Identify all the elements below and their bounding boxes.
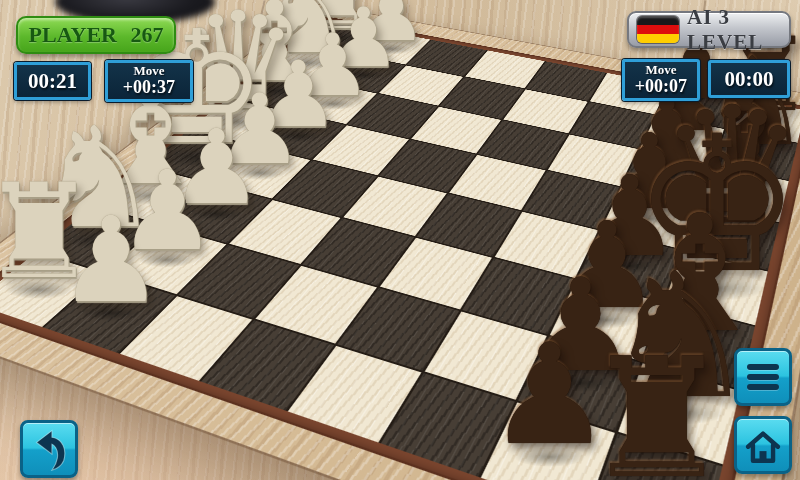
- white-total-clock: 00:21: [14, 62, 91, 100]
- black-move-clock: Move +00:07: [622, 59, 700, 101]
- ai-level-label: AI 3 LEVEL: [687, 5, 781, 55]
- home-button[interactable]: [734, 416, 792, 474]
- germany-flag-icon: [637, 16, 679, 43]
- game-screen: ♜♞♝♛♚♝♞♜♟♟♟♟♟♟♟♟♟♟♟♟♟♟♟♟♜♞♝♛♚♝♞♜ PLAYER …: [0, 0, 800, 480]
- back-button[interactable]: [20, 420, 78, 478]
- white-total-clock-value: 00:21: [28, 69, 77, 94]
- ai-level-button[interactable]: AI 3 LEVEL: [627, 11, 791, 48]
- black-move-clock-value: +00:07: [635, 77, 687, 97]
- undo-arrow-icon: [27, 427, 71, 471]
- white-move-clock-label: Move: [133, 64, 164, 78]
- player-button[interactable]: PLAYER 267: [16, 16, 176, 54]
- menu-button[interactable]: [734, 348, 792, 406]
- player-name-label: PLAYER 267: [29, 22, 164, 48]
- piece-black-rook-h8[interactable]: ♜: [583, 336, 732, 480]
- black-total-clock: 00:00: [708, 60, 790, 98]
- piece-white-pawn-h2[interactable]: ♟: [58, 202, 164, 320]
- hamburger-menu-icon: [747, 364, 779, 390]
- black-total-clock-value: 00:00: [725, 67, 774, 92]
- black-move-clock-label: Move: [645, 63, 676, 77]
- white-move-clock: Move +00:37: [105, 60, 193, 102]
- home-icon: [742, 424, 784, 466]
- white-move-clock-value: +00:37: [123, 78, 175, 98]
